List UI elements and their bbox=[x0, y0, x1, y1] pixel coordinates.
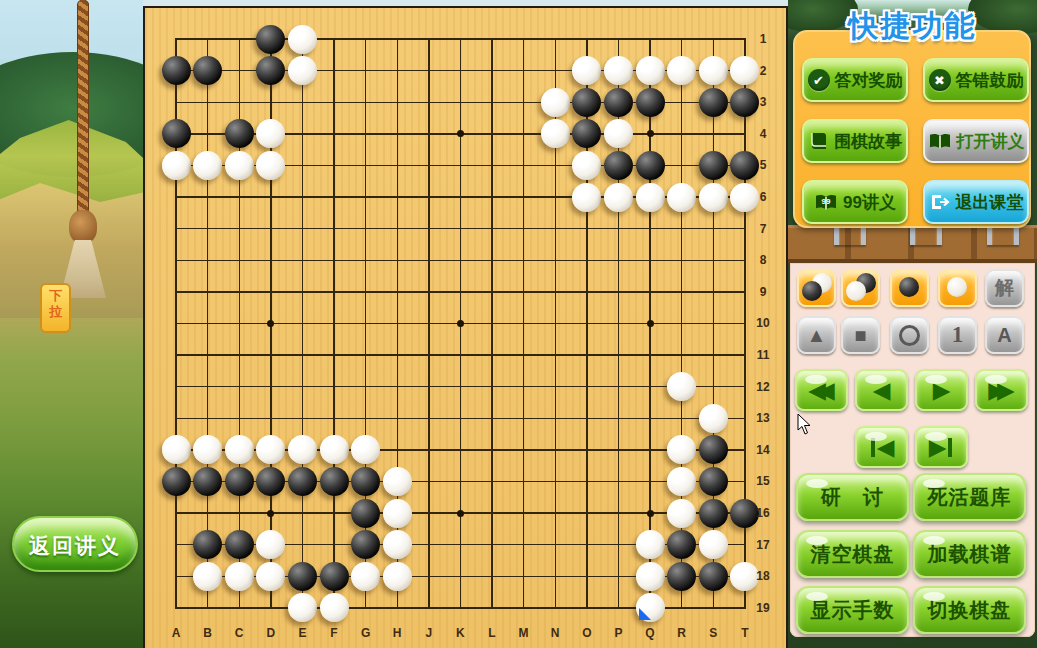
column-label: M bbox=[514, 626, 534, 640]
play-black-stone-button[interactable] bbox=[890, 269, 929, 307]
row-label: 3 bbox=[751, 95, 775, 109]
column-label: Q bbox=[640, 626, 660, 640]
triangle-marker-icon: ▲ bbox=[807, 324, 827, 347]
column-label: N bbox=[545, 626, 565, 640]
white-stone bbox=[320, 435, 349, 464]
black-stone bbox=[699, 435, 728, 464]
panel-title: 快捷功能 bbox=[788, 6, 1037, 47]
column-label: B bbox=[198, 626, 218, 640]
column-label: H bbox=[387, 626, 407, 640]
quick-button-99讲义[interactable]: 9999讲义 bbox=[802, 180, 908, 224]
white-stone bbox=[541, 88, 570, 117]
white-stone bbox=[256, 151, 285, 180]
white-stone bbox=[541, 119, 570, 148]
black-stone bbox=[351, 530, 380, 559]
bottom-button-加载棋谱[interactable]: 加载棋谱 bbox=[913, 530, 1026, 578]
black-stone bbox=[193, 467, 222, 496]
black-stone bbox=[699, 151, 728, 180]
button-label: 切换棋盘 bbox=[928, 597, 1012, 624]
book-icon bbox=[808, 132, 829, 150]
white-stone bbox=[288, 56, 317, 85]
white-stone bbox=[383, 530, 412, 559]
star-point bbox=[457, 510, 464, 517]
white-stone bbox=[572, 183, 601, 212]
white-stone bbox=[351, 562, 380, 591]
black-stone bbox=[225, 467, 254, 496]
circle-marker-icon bbox=[899, 325, 920, 346]
star-point bbox=[647, 320, 654, 327]
black-stone bbox=[667, 562, 696, 591]
column-label: F bbox=[324, 626, 344, 640]
black-stone bbox=[636, 151, 665, 180]
column-label: R bbox=[672, 626, 692, 640]
step-backward-button[interactable]: ◀ bbox=[855, 369, 908, 411]
black-stone bbox=[162, 119, 191, 148]
go-teaching-app: { "game": "go (weiqi), 19x19 teaching bo… bbox=[0, 0, 1037, 648]
white-stone bbox=[604, 183, 633, 212]
play-black-stone-icon bbox=[894, 273, 926, 303]
row-label: 17 bbox=[751, 538, 775, 552]
black-stone bbox=[572, 119, 601, 148]
white-stone bbox=[193, 562, 222, 591]
white-stone bbox=[351, 435, 380, 464]
black-stone bbox=[699, 467, 728, 496]
black-stone bbox=[288, 467, 317, 496]
exit-icon bbox=[929, 193, 951, 211]
white-stone bbox=[288, 593, 317, 622]
white-stone bbox=[288, 25, 317, 54]
row-label: 12 bbox=[751, 380, 775, 394]
black-stone bbox=[667, 530, 696, 559]
column-label: G bbox=[356, 626, 376, 640]
black-stone bbox=[604, 88, 633, 117]
jump-to-start-button[interactable]: ◀ bbox=[855, 426, 908, 468]
white-stone bbox=[162, 435, 191, 464]
star-point bbox=[267, 510, 274, 517]
black-stone bbox=[320, 467, 349, 496]
white-stone bbox=[667, 372, 696, 401]
white-stone bbox=[572, 56, 601, 85]
number-marker-button[interactable]: 1 bbox=[938, 316, 977, 354]
white-stone bbox=[667, 435, 696, 464]
black-stone bbox=[699, 499, 728, 528]
white-stone bbox=[636, 562, 665, 591]
play-white-stone-button[interactable] bbox=[938, 269, 977, 307]
column-label: E bbox=[292, 626, 312, 640]
button-label: 死活题库 bbox=[928, 484, 1012, 511]
white-stone bbox=[572, 151, 601, 180]
row-label: 9 bbox=[751, 285, 775, 299]
white-stone bbox=[256, 530, 285, 559]
play-white-black-alternate-button[interactable] bbox=[841, 269, 880, 307]
grid-line bbox=[175, 354, 746, 356]
row-label: 8 bbox=[751, 253, 775, 267]
button-label: 研 讨 bbox=[821, 484, 884, 511]
right-panel: ✔答对奖励✖答错鼓励围棋故事打开讲义9999讲义退出课堂 快捷功能 解▲■1A◀… bbox=[788, 0, 1037, 648]
white-stone bbox=[193, 151, 222, 180]
white-stone bbox=[383, 562, 412, 591]
white-stone bbox=[667, 467, 696, 496]
black-stone bbox=[225, 530, 254, 559]
button-label: 围棋故事 bbox=[834, 130, 902, 153]
triangle-marker-button[interactable]: ▲ bbox=[797, 316, 836, 354]
hanging-rope bbox=[77, 0, 89, 214]
button-label: 显示手数 bbox=[811, 597, 895, 624]
column-label: J bbox=[419, 626, 439, 640]
black-stone bbox=[162, 56, 191, 85]
jump-to-end-button[interactable]: ▶ bbox=[915, 426, 968, 468]
quick-button-打开讲义[interactable]: 打开讲义 bbox=[923, 119, 1029, 163]
row-label: 7 bbox=[751, 222, 775, 236]
column-label: K bbox=[450, 626, 470, 640]
fast-forward-icon: ▶▶ bbox=[988, 377, 1014, 404]
black-stone bbox=[256, 56, 285, 85]
white-stone bbox=[636, 530, 665, 559]
play-white-black-alternate-icon bbox=[845, 273, 877, 303]
white-stone bbox=[162, 151, 191, 180]
white-stone bbox=[667, 183, 696, 212]
scenery-background: 下拉 返回讲义 bbox=[0, 0, 143, 648]
step-forward-icon: ▶ bbox=[933, 377, 951, 404]
black-stone bbox=[351, 499, 380, 528]
button-label: 清空棋盘 bbox=[811, 541, 895, 568]
jump-to-start-icon: ◀ bbox=[869, 434, 895, 461]
bottom-button-清空棋盘[interactable]: 清空棋盘 bbox=[796, 530, 909, 578]
bottom-button-显示手数[interactable]: 显示手数 bbox=[796, 586, 909, 634]
black-stone bbox=[699, 88, 728, 117]
bottom-button-死活题库[interactable]: 死活题库 bbox=[913, 473, 1026, 521]
white-stone bbox=[604, 119, 633, 148]
white-stone bbox=[256, 435, 285, 464]
black-stone bbox=[699, 562, 728, 591]
row-label: 4 bbox=[751, 127, 775, 141]
check-circle-icon: ✔ bbox=[808, 69, 830, 91]
black-stone bbox=[193, 56, 222, 85]
solve-label: 解 bbox=[995, 275, 1014, 301]
white-stone bbox=[383, 499, 412, 528]
white-stone bbox=[225, 151, 254, 180]
row-label: 6 bbox=[751, 190, 775, 204]
button-label: 加载棋谱 bbox=[928, 541, 1012, 568]
play-black-white-alternate-icon bbox=[801, 273, 833, 303]
row-label: 13 bbox=[751, 411, 775, 425]
white-stone bbox=[288, 435, 317, 464]
pull-down-tab[interactable]: 下拉 bbox=[40, 283, 71, 333]
quick-button-退出课堂[interactable]: 退出课堂 bbox=[923, 180, 1029, 224]
black-stone bbox=[288, 562, 317, 591]
quick-button-围棋故事[interactable]: 围棋故事 bbox=[802, 119, 908, 163]
row-label: 1 bbox=[751, 32, 775, 46]
cross-circle-icon: ✖ bbox=[929, 69, 951, 91]
white-stone bbox=[256, 119, 285, 148]
row-label: 5 bbox=[751, 158, 775, 172]
white-stone bbox=[699, 56, 728, 85]
star-point bbox=[457, 320, 464, 327]
black-stone bbox=[256, 25, 285, 54]
button-label: 退出课堂 bbox=[956, 191, 1024, 214]
button-label: 打开讲义 bbox=[957, 130, 1025, 153]
number-marker-icon: 1 bbox=[952, 322, 964, 348]
white-stone bbox=[636, 56, 665, 85]
white-stone bbox=[636, 183, 665, 212]
fast-backward-button[interactable]: ◀◀ bbox=[795, 369, 848, 411]
grid-line bbox=[175, 386, 746, 388]
circle-marker-button[interactable] bbox=[890, 316, 929, 354]
black-stone bbox=[572, 88, 601, 117]
tassel-knob bbox=[69, 210, 97, 244]
row-label: 19 bbox=[751, 601, 775, 615]
column-label: L bbox=[482, 626, 502, 640]
white-stone bbox=[636, 593, 665, 622]
jump-to-end-icon: ▶ bbox=[929, 434, 955, 461]
black-stone bbox=[351, 467, 380, 496]
square-marker-icon: ■ bbox=[854, 324, 866, 347]
row-label: 16 bbox=[751, 506, 775, 520]
last-move-marker-icon bbox=[639, 608, 651, 620]
row-label: 11 bbox=[751, 348, 775, 362]
column-label: S bbox=[703, 626, 723, 640]
white-stone bbox=[604, 56, 633, 85]
white-stone bbox=[699, 404, 728, 433]
step-forward-button[interactable]: ▶ bbox=[915, 369, 968, 411]
step-backward-icon: ◀ bbox=[873, 377, 891, 404]
row-label: 10 bbox=[751, 316, 775, 330]
white-stone bbox=[699, 530, 728, 559]
column-label: P bbox=[608, 626, 628, 640]
letter-marker-button[interactable]: A bbox=[985, 316, 1024, 354]
black-stone bbox=[225, 119, 254, 148]
white-stone bbox=[383, 467, 412, 496]
row-label: 2 bbox=[751, 64, 775, 78]
bottom-button-切换棋盘[interactable]: 切换棋盘 bbox=[913, 586, 1026, 634]
button-label: 答错鼓励 bbox=[956, 69, 1024, 92]
black-stone bbox=[256, 467, 285, 496]
fast-backward-icon: ◀◀ bbox=[808, 377, 834, 404]
white-stone bbox=[225, 435, 254, 464]
solve-button[interactable]: 解 bbox=[985, 269, 1024, 307]
bottom-button-研讨[interactable]: 研 讨 bbox=[796, 473, 909, 521]
quick-button-答对奖励[interactable]: ✔答对奖励 bbox=[802, 58, 908, 102]
white-stone bbox=[320, 593, 349, 622]
button-label: 99讲义 bbox=[843, 191, 896, 214]
row-label: 14 bbox=[751, 443, 775, 457]
play-white-stone-icon bbox=[942, 273, 974, 303]
return-to-lecture-button[interactable]: 返回讲义 bbox=[12, 516, 138, 572]
black-stone bbox=[193, 530, 222, 559]
grid-line bbox=[175, 418, 746, 420]
play-black-white-alternate-button[interactable] bbox=[797, 269, 836, 307]
tools-panel: 解▲■1A◀◀◀▶▶▶◀▶研 讨死活题库清空棋盘加载棋谱显示手数切换棋盘 bbox=[790, 263, 1035, 637]
white-stone bbox=[667, 56, 696, 85]
row-label: 18 bbox=[751, 569, 775, 583]
white-stone bbox=[225, 562, 254, 591]
go-board: ABCDEFGHJKLMNOPQRST 12345678910111213141… bbox=[143, 6, 788, 648]
row-label: 15 bbox=[751, 474, 775, 488]
black-stone bbox=[320, 562, 349, 591]
open-book-icon bbox=[928, 132, 952, 150]
white-stone bbox=[699, 183, 728, 212]
grid-line bbox=[491, 38, 493, 609]
column-label: O bbox=[577, 626, 597, 640]
go-board-grid[interactable] bbox=[176, 39, 745, 608]
star-point bbox=[647, 510, 654, 517]
star-point bbox=[267, 320, 274, 327]
column-label: D bbox=[261, 626, 281, 640]
star-point bbox=[457, 130, 464, 137]
letter-marker-icon: A bbox=[997, 324, 1011, 347]
black-stone bbox=[604, 151, 633, 180]
star-point bbox=[647, 130, 654, 137]
white-stone bbox=[193, 435, 222, 464]
column-label: A bbox=[166, 626, 186, 640]
board-panel: ABCDEFGHJKLMNOPQRST 12345678910111213141… bbox=[143, 0, 788, 648]
button-label: 答对奖励 bbox=[835, 69, 903, 92]
black-stone bbox=[636, 88, 665, 117]
column-label: C bbox=[229, 626, 249, 640]
book-99-icon: 99 bbox=[814, 193, 838, 211]
fast-forward-button[interactable]: ▶▶ bbox=[975, 369, 1028, 411]
square-marker-button[interactable]: ■ bbox=[841, 316, 880, 354]
white-stone bbox=[256, 562, 285, 591]
column-label: T bbox=[735, 626, 755, 640]
quick-function-panel: ✔答对奖励✖答错鼓励围棋故事打开讲义9999讲义退出课堂 bbox=[793, 30, 1031, 228]
black-stone bbox=[162, 467, 191, 496]
grid-line bbox=[523, 38, 525, 609]
quick-button-答错鼓励[interactable]: ✖答错鼓励 bbox=[923, 58, 1029, 102]
white-stone bbox=[667, 499, 696, 528]
